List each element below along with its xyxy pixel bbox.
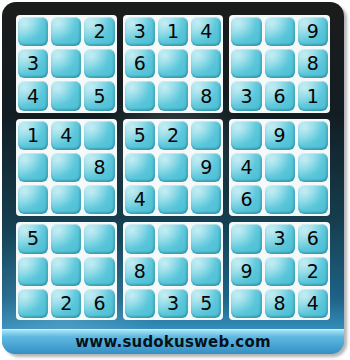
cell-r2c2[interactable] [51,49,81,78]
cell-r3c3[interactable]: 5 [84,81,114,110]
cell-r2c6[interactable] [191,49,221,78]
cell-r4c1[interactable]: 1 [18,121,48,150]
cell-r8c4[interactable]: 8 [125,257,155,286]
cell-r5c8[interactable] [265,153,295,182]
cell-r9c3[interactable]: 6 [84,289,114,318]
cell-r1c8[interactable] [265,17,295,46]
cell-r2c3[interactable] [84,49,114,78]
cell-r8c2[interactable] [51,257,81,286]
box-2-1: 148 [16,119,117,217]
cell-r6c3[interactable] [84,185,114,214]
sudoku-board: 234531468983611485294946526835369284 www… [2,2,344,354]
cell-r2c1[interactable]: 3 [18,49,48,78]
box-3-2: 835 [123,222,224,320]
cell-r4c4[interactable]: 5 [125,121,155,150]
cell-r9c7[interactable] [231,289,261,318]
cell-r3c2[interactable] [51,81,81,110]
cell-r6c1[interactable] [18,185,48,214]
cell-r1c1[interactable] [18,17,48,46]
cell-r7c2[interactable] [51,224,81,253]
cell-r3c5[interactable] [158,81,188,110]
cell-r7c9[interactable]: 6 [298,224,328,253]
cell-r9c5[interactable]: 3 [158,289,188,318]
cell-r5c3[interactable]: 8 [84,153,114,182]
cell-r8c5[interactable] [158,257,188,286]
cell-r7c5[interactable] [158,224,188,253]
box-3-3: 369284 [229,222,330,320]
cell-r5c5[interactable] [158,153,188,182]
cell-r5c4[interactable] [125,153,155,182]
cell-r1c4[interactable]: 3 [125,17,155,46]
cell-r8c3[interactable] [84,257,114,286]
cell-r1c2[interactable] [51,17,81,46]
cell-r1c3[interactable]: 2 [84,17,114,46]
box-1-3: 98361 [229,15,330,113]
sudoku-grid-area: 234531468983611485294946526835369284 [2,2,344,320]
cell-r3c1[interactable]: 4 [18,81,48,110]
cell-r7c1[interactable]: 5 [18,224,48,253]
cell-r4c6[interactable] [191,121,221,150]
cell-r9c8[interactable]: 8 [265,289,295,318]
cell-r7c3[interactable] [84,224,114,253]
cell-r8c1[interactable] [18,257,48,286]
cell-r2c8[interactable] [265,49,295,78]
cell-r4c5[interactable]: 2 [158,121,188,150]
cell-r7c6[interactable] [191,224,221,253]
cell-r8c7[interactable]: 9 [231,257,261,286]
cell-r3c7[interactable]: 3 [231,81,261,110]
cell-r5c9[interactable] [298,153,328,182]
cell-r6c9[interactable] [298,185,328,214]
cell-r1c6[interactable]: 4 [191,17,221,46]
cell-r6c5[interactable] [158,185,188,214]
cell-r7c8[interactable]: 3 [265,224,295,253]
cell-r4c2[interactable]: 4 [51,121,81,150]
footer-bar: www.sudokusweb.com [2,329,344,354]
cell-r3c8[interactable]: 6 [265,81,295,110]
cell-r3c9[interactable]: 1 [298,81,328,110]
cell-r9c2[interactable]: 2 [51,289,81,318]
site-url-link[interactable]: www.sudokusweb.com [75,333,270,351]
cell-r5c2[interactable] [51,153,81,182]
cell-r6c2[interactable] [51,185,81,214]
cell-r3c6[interactable]: 8 [191,81,221,110]
cell-r5c6[interactable]: 9 [191,153,221,182]
cell-r1c9[interactable]: 9 [298,17,328,46]
cell-r4c7[interactable] [231,121,261,150]
box-3-1: 526 [16,222,117,320]
cell-r9c4[interactable] [125,289,155,318]
cell-r2c4[interactable]: 6 [125,49,155,78]
cell-r6c6[interactable] [191,185,221,214]
cell-r6c7[interactable]: 6 [231,185,261,214]
cell-r2c9[interactable]: 8 [298,49,328,78]
cell-r9c1[interactable] [18,289,48,318]
cell-r2c5[interactable] [158,49,188,78]
cell-r7c7[interactable] [231,224,261,253]
cell-r4c3[interactable] [84,121,114,150]
cell-r8c9[interactable]: 2 [298,257,328,286]
cell-r6c8[interactable] [265,185,295,214]
cell-r5c1[interactable] [18,153,48,182]
box-1-2: 31468 [123,15,224,113]
cell-r4c9[interactable] [298,121,328,150]
cell-r9c6[interactable]: 5 [191,289,221,318]
cell-r7c4[interactable] [125,224,155,253]
cell-r8c6[interactable] [191,257,221,286]
cell-r3c4[interactable] [125,81,155,110]
cell-r1c5[interactable]: 1 [158,17,188,46]
cell-r1c7[interactable] [231,17,261,46]
cell-r8c8[interactable] [265,257,295,286]
cell-r4c8[interactable]: 9 [265,121,295,150]
cell-r2c7[interactable] [231,49,261,78]
cell-r5c7[interactable]: 4 [231,153,261,182]
cell-r9c9[interactable]: 4 [298,289,328,318]
box-2-3: 946 [229,119,330,217]
box-2-2: 5294 [123,119,224,217]
sudoku-grid: 234531468983611485294946526835369284 [16,15,330,320]
box-1-1: 2345 [16,15,117,113]
cell-r6c4[interactable]: 4 [125,185,155,214]
